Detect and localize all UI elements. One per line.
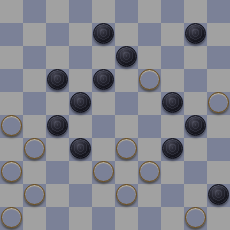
light-square-r6c6 <box>138 138 161 161</box>
light-square-r8c2 <box>46 184 69 207</box>
light-square-r8c6 <box>138 184 161 207</box>
black-man-square-34[interactable] <box>162 138 183 159</box>
gold-man-square-38[interactable] <box>93 161 114 182</box>
square-35[interactable] <box>207 138 230 161</box>
light-square-r6c4 <box>92 138 115 161</box>
gold-man-square-41[interactable] <box>24 184 45 205</box>
light-square-r9c1 <box>23 207 46 230</box>
light-square-r0c8 <box>184 0 207 23</box>
checkers-board <box>0 0 230 230</box>
gold-man-square-43[interactable] <box>116 184 137 205</box>
light-square-r5c3 <box>69 115 92 138</box>
light-square-r0c6 <box>138 0 161 23</box>
black-man-square-45[interactable] <box>208 184 229 205</box>
black-man-square-30[interactable] <box>185 115 206 136</box>
light-square-r5c1 <box>23 115 46 138</box>
light-square-r5c9 <box>207 115 230 138</box>
light-square-r5c7 <box>161 115 184 138</box>
light-square-r9c3 <box>69 207 92 230</box>
square-49[interactable] <box>138 207 161 230</box>
gold-man-square-46[interactable] <box>1 207 22 228</box>
square-21[interactable] <box>23 92 46 115</box>
square-12[interactable] <box>69 46 92 69</box>
light-square-r2c4 <box>92 46 115 69</box>
black-man-square-13[interactable] <box>116 46 137 67</box>
light-square-r1c3 <box>69 23 92 46</box>
light-square-r2c0 <box>0 46 23 69</box>
light-square-r1c1 <box>23 23 46 46</box>
light-square-r4c0 <box>0 92 23 115</box>
black-man-square-10[interactable] <box>185 23 206 44</box>
gold-man-square-31[interactable] <box>24 138 45 159</box>
square-14[interactable] <box>161 46 184 69</box>
square-44[interactable] <box>161 184 184 207</box>
square-29[interactable] <box>138 115 161 138</box>
black-man-square-24[interactable] <box>162 92 183 113</box>
light-square-r2c6 <box>138 46 161 69</box>
light-square-r9c9 <box>207 207 230 230</box>
light-square-r7c5 <box>115 161 138 184</box>
square-15[interactable] <box>207 46 230 69</box>
square-1[interactable] <box>23 0 46 23</box>
light-square-r1c7 <box>161 23 184 46</box>
square-28[interactable] <box>92 115 115 138</box>
light-square-r3c7 <box>161 69 184 92</box>
light-square-r3c3 <box>69 69 92 92</box>
light-square-r8c0 <box>0 184 23 207</box>
gold-man-square-25[interactable] <box>208 92 229 113</box>
light-square-r7c9 <box>207 161 230 184</box>
gold-man-square-39[interactable] <box>139 161 160 182</box>
light-square-r2c8 <box>184 46 207 69</box>
square-37[interactable] <box>46 161 69 184</box>
light-square-r3c9 <box>207 69 230 92</box>
light-square-r1c5 <box>115 23 138 46</box>
square-23[interactable] <box>115 92 138 115</box>
black-man-square-18[interactable] <box>93 69 114 90</box>
light-square-r0c4 <box>92 0 115 23</box>
square-5[interactable] <box>207 0 230 23</box>
square-7[interactable] <box>46 23 69 46</box>
light-square-r1c9 <box>207 23 230 46</box>
black-man-square-22[interactable] <box>70 92 91 113</box>
light-square-r4c6 <box>138 92 161 115</box>
gold-man-square-19[interactable] <box>139 69 160 90</box>
light-square-r3c1 <box>23 69 46 92</box>
square-11[interactable] <box>23 46 46 69</box>
light-square-r9c5 <box>115 207 138 230</box>
square-6[interactable] <box>0 23 23 46</box>
gold-man-square-33[interactable] <box>116 138 137 159</box>
square-42[interactable] <box>69 184 92 207</box>
black-man-square-8[interactable] <box>93 23 114 44</box>
square-4[interactable] <box>161 0 184 23</box>
light-square-r7c3 <box>69 161 92 184</box>
light-square-r5c5 <box>115 115 138 138</box>
square-47[interactable] <box>46 207 69 230</box>
gold-man-square-36[interactable] <box>1 161 22 182</box>
light-square-r4c8 <box>184 92 207 115</box>
square-20[interactable] <box>184 69 207 92</box>
gold-man-square-50[interactable] <box>185 207 206 228</box>
light-square-r6c2 <box>46 138 69 161</box>
light-square-r0c0 <box>0 0 23 23</box>
light-square-r6c8 <box>184 138 207 161</box>
light-square-r4c2 <box>46 92 69 115</box>
light-square-r9c7 <box>161 207 184 230</box>
light-square-r7c1 <box>23 161 46 184</box>
square-2[interactable] <box>69 0 92 23</box>
light-square-r8c4 <box>92 184 115 207</box>
light-square-r0c2 <box>46 0 69 23</box>
square-16[interactable] <box>0 69 23 92</box>
light-square-r3c5 <box>115 69 138 92</box>
black-man-square-32[interactable] <box>70 138 91 159</box>
light-square-r6c0 <box>0 138 23 161</box>
square-9[interactable] <box>138 23 161 46</box>
light-square-r2c2 <box>46 46 69 69</box>
light-square-r7c7 <box>161 161 184 184</box>
black-man-square-17[interactable] <box>47 69 68 90</box>
light-square-r4c4 <box>92 92 115 115</box>
square-48[interactable] <box>92 207 115 230</box>
square-3[interactable] <box>115 0 138 23</box>
gold-man-square-26[interactable] <box>1 115 22 136</box>
square-40[interactable] <box>184 161 207 184</box>
black-man-square-27[interactable] <box>47 115 68 136</box>
light-square-r8c8 <box>184 184 207 207</box>
